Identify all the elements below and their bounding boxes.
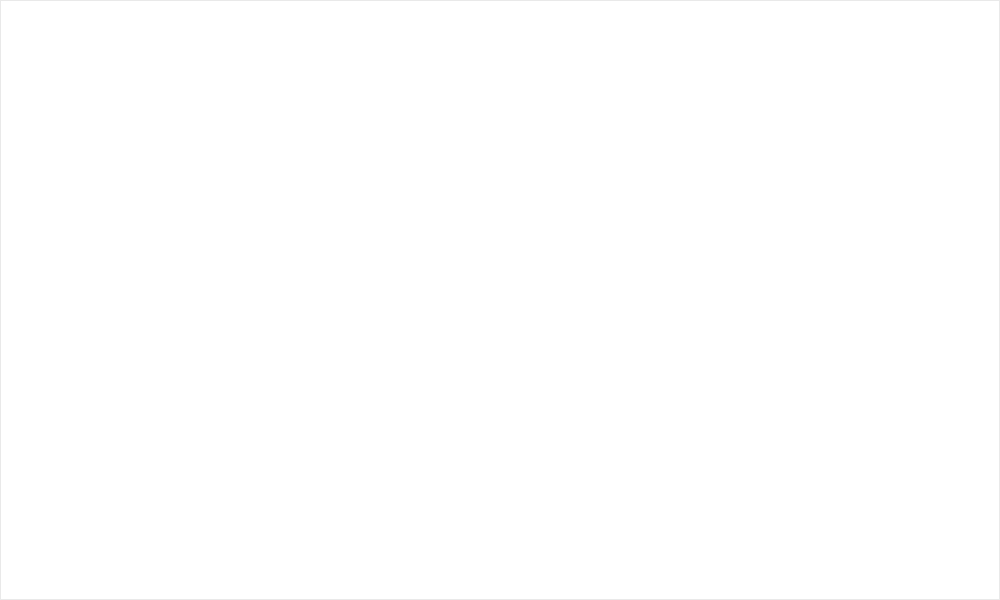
chess-board-scene bbox=[0, 0, 1000, 600]
product-photo bbox=[0, 0, 1000, 600]
